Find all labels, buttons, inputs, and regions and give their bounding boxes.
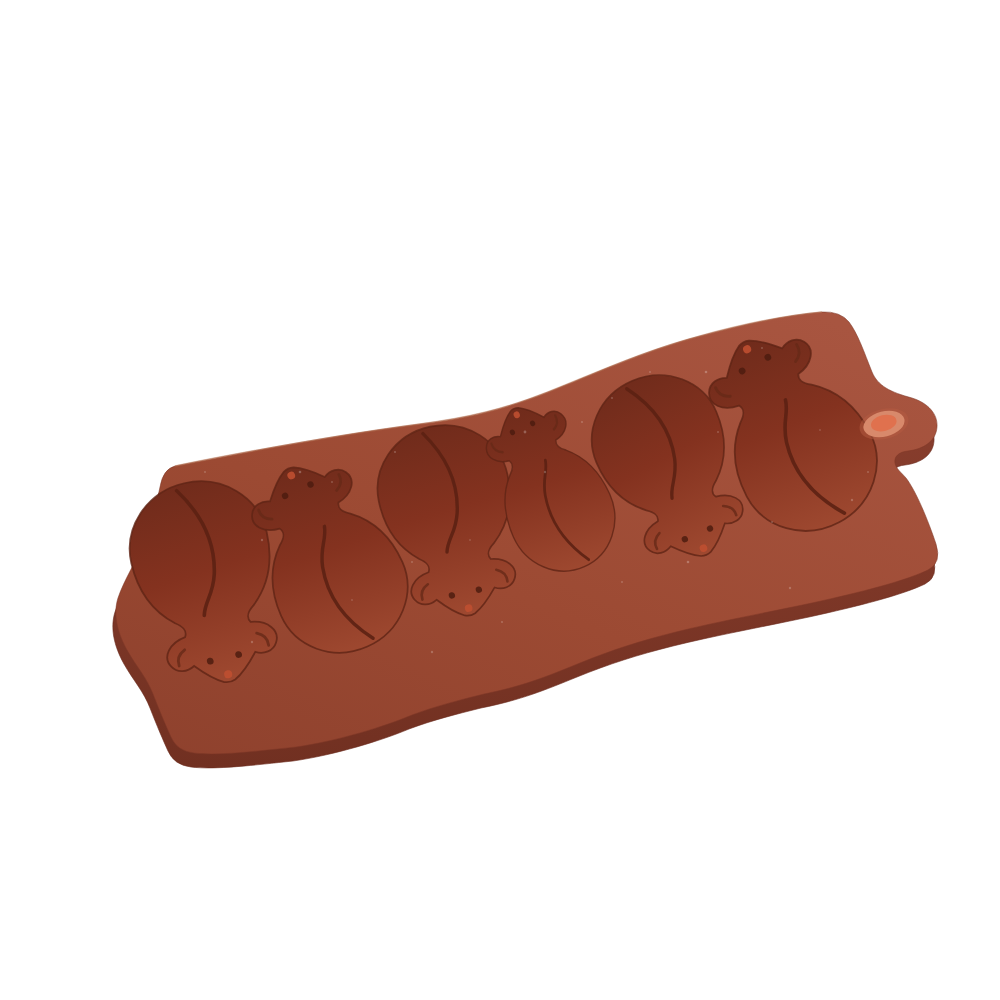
product-photo [0, 0, 1000, 1000]
mold-photo-svg [0, 0, 1000, 1000]
